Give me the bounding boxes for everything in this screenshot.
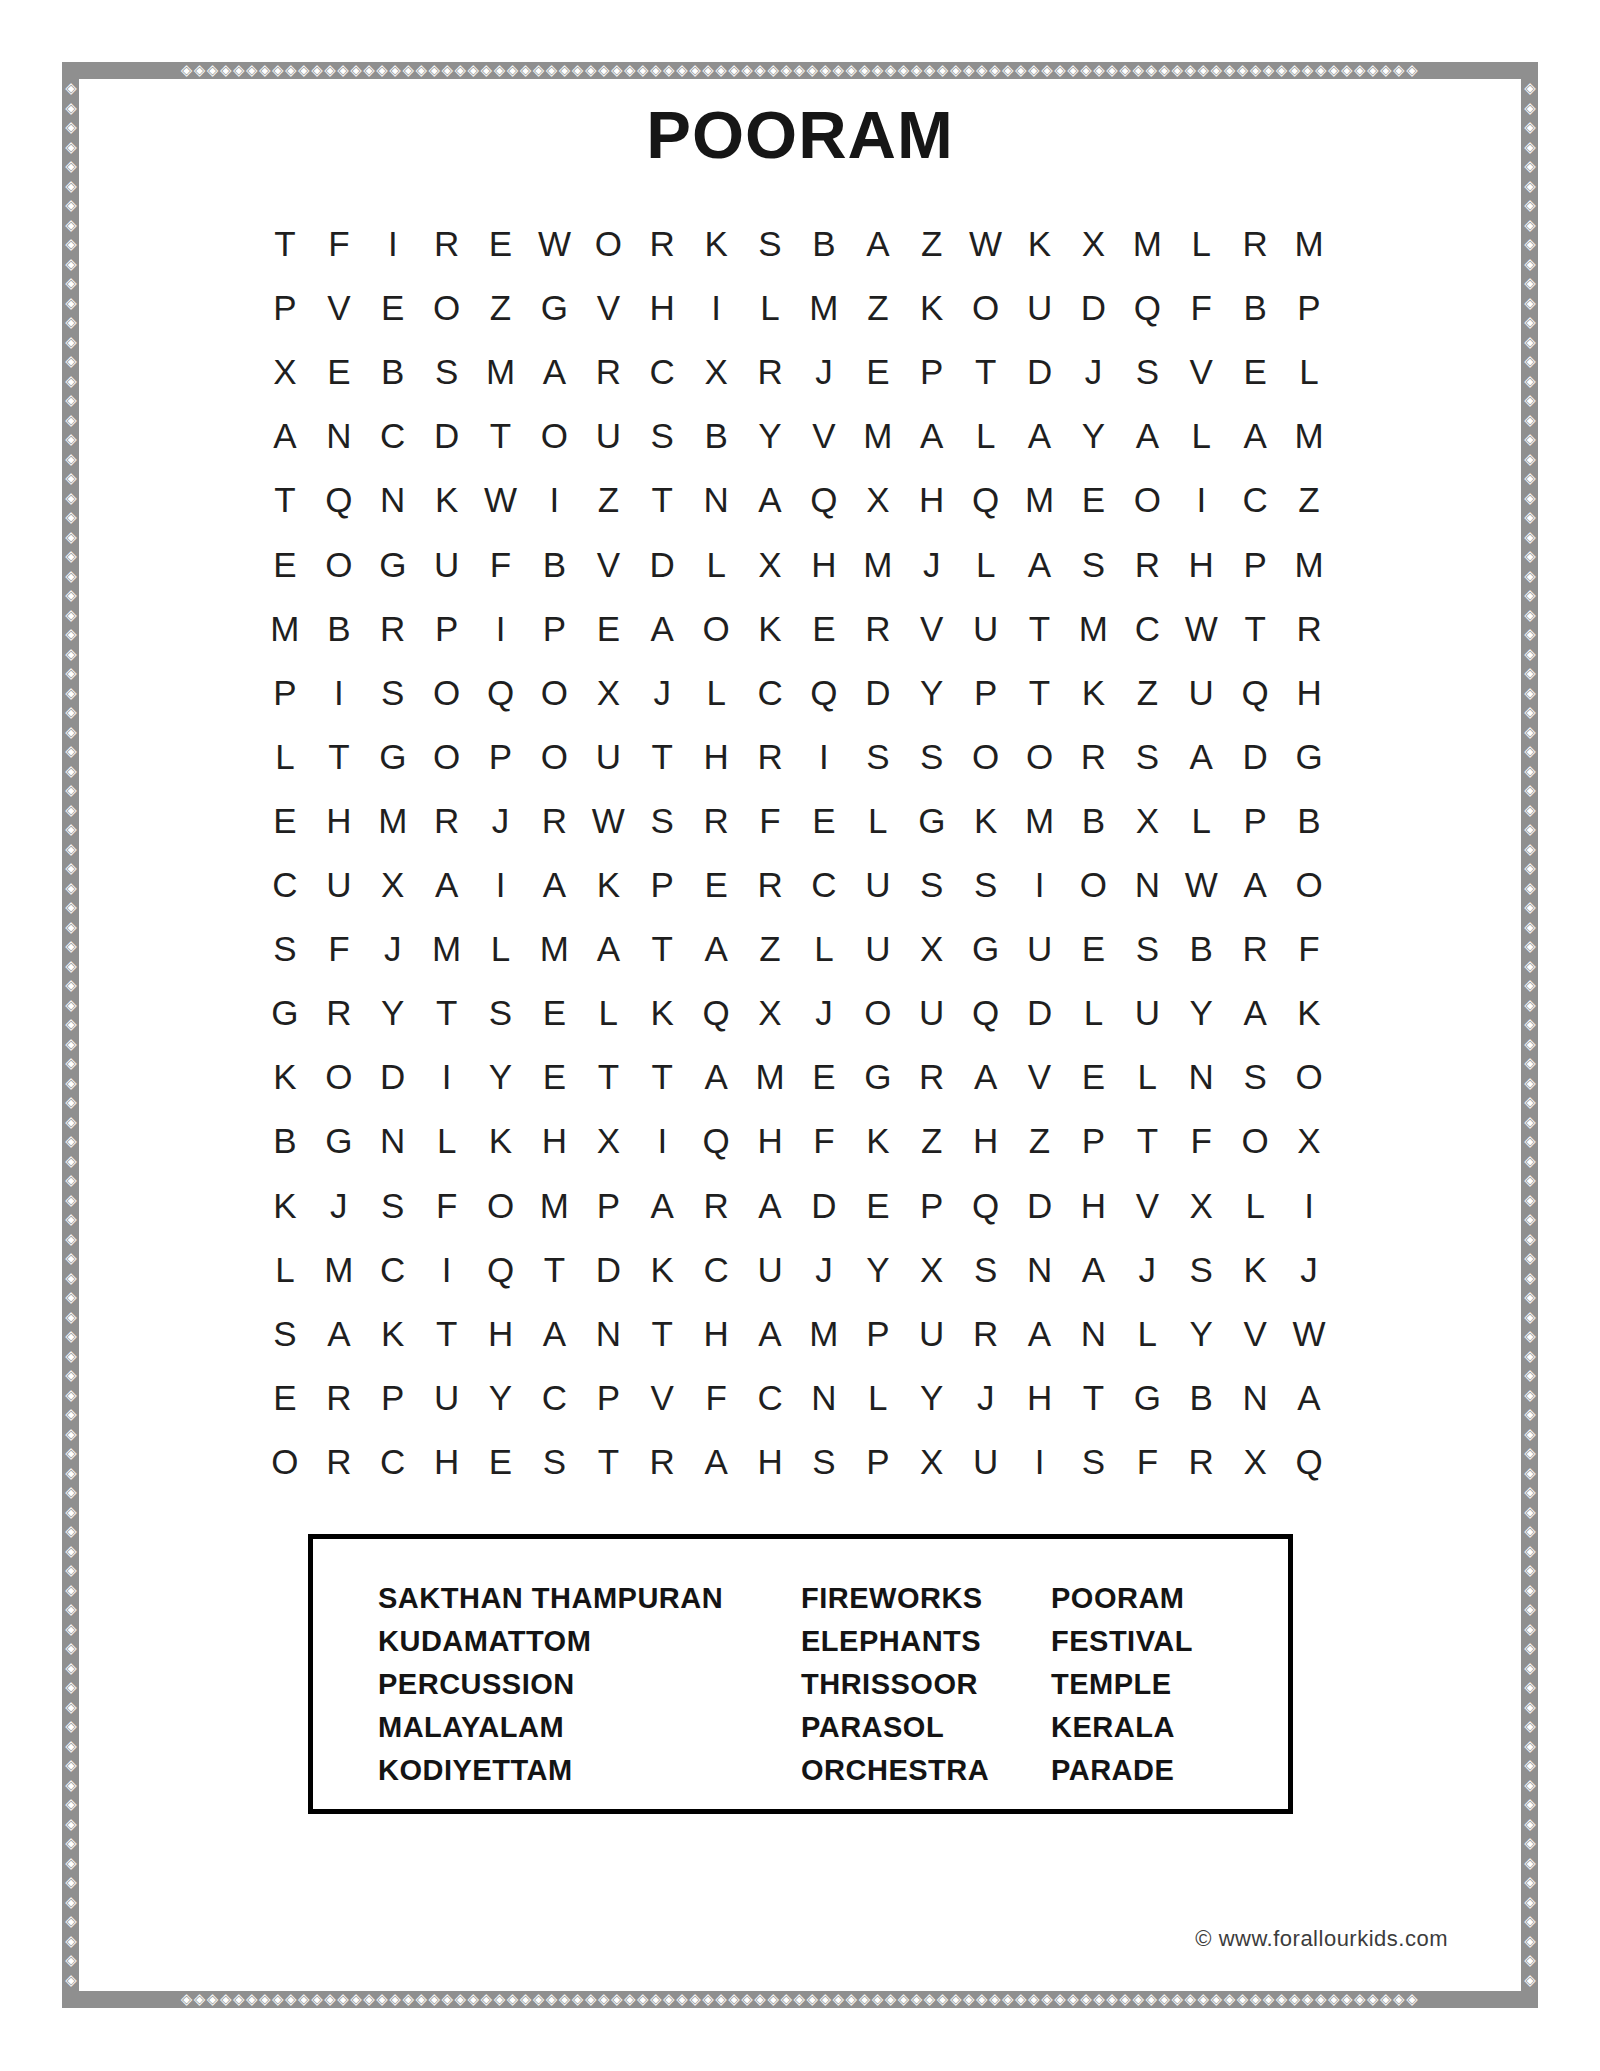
grid-cell[interactable]: Z	[1120, 661, 1174, 725]
grid-cell[interactable]: C	[635, 340, 689, 404]
grid-cell[interactable]: O	[420, 661, 474, 725]
grid-cell[interactable]: I	[1282, 1173, 1336, 1237]
grid-cell[interactable]: H	[1282, 661, 1336, 725]
grid-cell[interactable]: T	[1120, 1109, 1174, 1173]
grid-cell[interactable]: I	[420, 1045, 474, 1109]
grid-cell[interactable]: D	[366, 1045, 420, 1109]
grid-cell[interactable]: M	[1282, 532, 1336, 596]
grid-cell[interactable]: L	[420, 1109, 474, 1173]
grid-cell[interactable]: R	[689, 1173, 743, 1237]
grid-cell[interactable]: R	[366, 597, 420, 661]
grid-cell[interactable]: D	[1228, 725, 1282, 789]
grid-cell[interactable]: B	[797, 212, 851, 276]
word-list-item[interactable]: PARADE	[1051, 1749, 1193, 1792]
grid-cell[interactable]: U	[581, 404, 635, 468]
grid-cell[interactable]: U	[581, 725, 635, 789]
grid-cell[interactable]: T	[581, 1045, 635, 1109]
grid-cell[interactable]: O	[1228, 1109, 1282, 1173]
grid-cell[interactable]: B	[689, 404, 743, 468]
grid-cell[interactable]: E	[474, 212, 528, 276]
grid-cell[interactable]: M	[797, 1302, 851, 1366]
word-list-item[interactable]: POORAM	[1051, 1577, 1193, 1620]
grid-cell[interactable]: N	[1228, 1366, 1282, 1430]
grid-cell[interactable]: V	[1120, 1173, 1174, 1237]
grid-cell[interactable]: U	[1120, 981, 1174, 1045]
grid-cell[interactable]: R	[1174, 1430, 1228, 1494]
grid-cell[interactable]: S	[258, 917, 312, 981]
grid-cell[interactable]: P	[851, 1302, 905, 1366]
grid-cell[interactable]: O	[1067, 853, 1121, 917]
grid-cell[interactable]: S	[797, 1430, 851, 1494]
grid-cell[interactable]: V	[1013, 1045, 1067, 1109]
grid-cell[interactable]: J	[797, 340, 851, 404]
grid-cell[interactable]: S	[635, 404, 689, 468]
grid-cell[interactable]: T	[258, 212, 312, 276]
grid-cell[interactable]: L	[797, 917, 851, 981]
grid-cell[interactable]: M	[1067, 597, 1121, 661]
grid-cell[interactable]: X	[258, 340, 312, 404]
grid-cell[interactable]: M	[1282, 404, 1336, 468]
grid-cell[interactable]: C	[743, 661, 797, 725]
grid-cell[interactable]: U	[959, 1430, 1013, 1494]
grid-cell[interactable]: R	[743, 853, 797, 917]
grid-cell[interactable]: A	[1013, 404, 1067, 468]
grid-cell[interactable]: R	[905, 1045, 959, 1109]
grid-cell[interactable]: Y	[1174, 981, 1228, 1045]
grid-cell[interactable]: G	[959, 917, 1013, 981]
grid-cell[interactable]: M	[528, 917, 582, 981]
grid-cell[interactable]: A	[258, 404, 312, 468]
grid-cell[interactable]: R	[635, 212, 689, 276]
grid-cell[interactable]: L	[851, 1366, 905, 1430]
grid-cell[interactable]: T	[635, 917, 689, 981]
grid-cell[interactable]: O	[1120, 468, 1174, 532]
word-list-item[interactable]: SAKTHAN THAMPURAN	[378, 1577, 723, 1620]
grid-cell[interactable]: M	[743, 1045, 797, 1109]
grid-cell[interactable]: R	[312, 1366, 366, 1430]
grid-cell[interactable]: E	[366, 276, 420, 340]
grid-cell[interactable]: P	[1282, 276, 1336, 340]
grid-cell[interactable]: O	[689, 597, 743, 661]
grid-cell[interactable]: V	[312, 276, 366, 340]
grid-cell[interactable]: K	[581, 853, 635, 917]
grid-cell[interactable]: P	[959, 661, 1013, 725]
grid-cell[interactable]: K	[258, 1045, 312, 1109]
grid-cell[interactable]: A	[1013, 1302, 1067, 1366]
grid-cell[interactable]: M	[1120, 212, 1174, 276]
grid-cell[interactable]: Z	[1013, 1109, 1067, 1173]
grid-cell[interactable]: K	[689, 212, 743, 276]
word-list-item[interactable]: PERCUSSION	[378, 1663, 723, 1706]
grid-cell[interactable]: V	[797, 404, 851, 468]
grid-cell[interactable]: X	[1067, 212, 1121, 276]
grid-cell[interactable]: E	[581, 597, 635, 661]
grid-cell[interactable]: F	[1174, 276, 1228, 340]
grid-cell[interactable]: P	[581, 1366, 635, 1430]
grid-cell[interactable]: A	[851, 212, 905, 276]
grid-cell[interactable]: I	[1013, 1430, 1067, 1494]
grid-cell[interactable]: K	[366, 1302, 420, 1366]
grid-cell[interactable]: A	[528, 853, 582, 917]
grid-cell[interactable]: J	[312, 1173, 366, 1237]
grid-cell[interactable]: J	[1282, 1238, 1336, 1302]
grid-cell[interactable]: I	[1013, 853, 1067, 917]
grid-cell[interactable]: A	[1174, 725, 1228, 789]
grid-cell[interactable]: M	[366, 789, 420, 853]
grid-cell[interactable]: Z	[474, 276, 528, 340]
grid-cell[interactable]: E	[1067, 468, 1121, 532]
grid-cell[interactable]: T	[1067, 1366, 1121, 1430]
grid-cell[interactable]: C	[797, 853, 851, 917]
grid-cell[interactable]: U	[905, 1302, 959, 1366]
grid-cell[interactable]: K	[1013, 212, 1067, 276]
grid-cell[interactable]: A	[1013, 532, 1067, 596]
grid-cell[interactable]: E	[258, 532, 312, 596]
grid-cell[interactable]: S	[1067, 532, 1121, 596]
grid-cell[interactable]: T	[474, 404, 528, 468]
grid-cell[interactable]: J	[1067, 340, 1121, 404]
grid-cell[interactable]: D	[1013, 1173, 1067, 1237]
grid-cell[interactable]: M	[258, 597, 312, 661]
grid-cell[interactable]: T	[420, 1302, 474, 1366]
grid-cell[interactable]: B	[1067, 789, 1121, 853]
grid-cell[interactable]: F	[797, 1109, 851, 1173]
grid-cell[interactable]: O	[1013, 725, 1067, 789]
grid-cell[interactable]: M	[797, 276, 851, 340]
grid-cell[interactable]: I	[312, 661, 366, 725]
grid-cell[interactable]: K	[905, 276, 959, 340]
grid-cell[interactable]: Q	[1282, 1430, 1336, 1494]
grid-cell[interactable]: Q	[959, 1173, 1013, 1237]
grid-cell[interactable]: O	[1282, 853, 1336, 917]
grid-cell[interactable]: W	[528, 212, 582, 276]
grid-cell[interactable]: O	[528, 661, 582, 725]
grid-cell[interactable]: F	[1174, 1109, 1228, 1173]
grid-cell[interactable]: O	[474, 1173, 528, 1237]
word-list-item[interactable]: FESTIVAL	[1051, 1620, 1193, 1663]
grid-cell[interactable]: R	[1067, 725, 1121, 789]
grid-cell[interactable]: W	[959, 212, 1013, 276]
grid-cell[interactable]: A	[905, 404, 959, 468]
word-list-item[interactable]: PARASOL	[801, 1706, 989, 1749]
grid-cell[interactable]: M	[528, 1173, 582, 1237]
grid-cell[interactable]: S	[959, 853, 1013, 917]
grid-cell[interactable]: S	[1120, 725, 1174, 789]
grid-cell[interactable]: O	[528, 725, 582, 789]
grid-cell[interactable]: S	[258, 1302, 312, 1366]
grid-cell[interactable]: O	[312, 532, 366, 596]
grid-cell[interactable]: O	[959, 725, 1013, 789]
grid-cell[interactable]: Z	[905, 212, 959, 276]
grid-cell[interactable]: C	[366, 404, 420, 468]
grid-cell[interactable]: I	[1174, 468, 1228, 532]
grid-cell[interactable]: R	[743, 725, 797, 789]
grid-cell[interactable]: A	[1228, 853, 1282, 917]
grid-cell[interactable]: B	[1228, 276, 1282, 340]
grid-cell[interactable]: J	[1120, 1238, 1174, 1302]
grid-cell[interactable]: P	[258, 276, 312, 340]
grid-cell[interactable]: H	[1067, 1173, 1121, 1237]
grid-cell[interactable]: R	[528, 789, 582, 853]
grid-cell[interactable]: H	[797, 532, 851, 596]
grid-cell[interactable]: O	[581, 212, 635, 276]
grid-cell[interactable]: L	[1120, 1045, 1174, 1109]
grid-cell[interactable]: P	[366, 1366, 420, 1430]
grid-cell[interactable]: Z	[905, 1109, 959, 1173]
grid-cell[interactable]: A	[1228, 404, 1282, 468]
grid-cell[interactable]: F	[1120, 1430, 1174, 1494]
grid-cell[interactable]: Y	[743, 404, 797, 468]
grid-cell[interactable]: X	[905, 1238, 959, 1302]
grid-cell[interactable]: B	[1174, 917, 1228, 981]
grid-cell[interactable]: T	[635, 1302, 689, 1366]
grid-cell[interactable]: G	[905, 789, 959, 853]
grid-cell[interactable]: A	[1228, 981, 1282, 1045]
grid-cell[interactable]: N	[1013, 1238, 1067, 1302]
grid-cell[interactable]: J	[635, 661, 689, 725]
grid-cell[interactable]: Q	[689, 981, 743, 1045]
grid-cell[interactable]: D	[851, 661, 905, 725]
grid-cell[interactable]: E	[528, 1045, 582, 1109]
grid-cell[interactable]: H	[1174, 532, 1228, 596]
grid-cell[interactable]: T	[420, 981, 474, 1045]
grid-cell[interactable]: X	[689, 340, 743, 404]
grid-cell[interactable]: C	[258, 853, 312, 917]
grid-cell[interactable]: U	[851, 853, 905, 917]
grid-cell[interactable]: O	[420, 276, 474, 340]
word-list-item[interactable]: MALAYALAM	[378, 1706, 723, 1749]
grid-cell[interactable]: U	[743, 1238, 797, 1302]
grid-cell[interactable]: U	[851, 917, 905, 981]
grid-cell[interactable]: I	[797, 725, 851, 789]
grid-cell[interactable]: L	[689, 532, 743, 596]
grid-cell[interactable]: L	[1174, 212, 1228, 276]
grid-cell[interactable]: U	[312, 853, 366, 917]
grid-cell[interactable]: F	[1282, 917, 1336, 981]
grid-cell[interactable]: H	[312, 789, 366, 853]
grid-cell[interactable]: I	[474, 597, 528, 661]
grid-cell[interactable]: U	[1013, 276, 1067, 340]
grid-cell[interactable]: H	[1013, 1366, 1067, 1430]
grid-cell[interactable]: V	[581, 532, 635, 596]
grid-cell[interactable]: G	[851, 1045, 905, 1109]
grid-cell[interactable]: M	[312, 1238, 366, 1302]
grid-cell[interactable]: E	[851, 1173, 905, 1237]
grid-cell[interactable]: L	[474, 917, 528, 981]
grid-cell[interactable]: A	[1282, 1366, 1336, 1430]
grid-cell[interactable]: R	[581, 340, 635, 404]
grid-cell[interactable]: H	[689, 725, 743, 789]
grid-cell[interactable]: A	[689, 1045, 743, 1109]
grid-cell[interactable]: S	[474, 981, 528, 1045]
word-list-item[interactable]: ELEPHANTS	[801, 1620, 989, 1663]
grid-cell[interactable]: M	[420, 917, 474, 981]
grid-cell[interactable]: K	[474, 1109, 528, 1173]
grid-cell[interactable]: S	[1174, 1238, 1228, 1302]
grid-cell[interactable]: N	[1067, 1302, 1121, 1366]
word-list-item[interactable]: ORCHESTRA	[801, 1749, 989, 1792]
grid-cell[interactable]: S	[528, 1430, 582, 1494]
grid-cell[interactable]: A	[1067, 1238, 1121, 1302]
grid-cell[interactable]: E	[689, 853, 743, 917]
grid-cell[interactable]: L	[959, 404, 1013, 468]
grid-cell[interactable]: N	[581, 1302, 635, 1366]
grid-cell[interactable]: E	[312, 340, 366, 404]
grid-cell[interactable]: H	[905, 468, 959, 532]
grid-cell[interactable]: A	[635, 1173, 689, 1237]
word-list-item[interactable]: FIREWORKS	[801, 1577, 989, 1620]
grid-cell[interactable]: R	[312, 1430, 366, 1494]
grid-cell[interactable]: E	[797, 597, 851, 661]
grid-cell[interactable]: Z	[581, 468, 635, 532]
grid-cell[interactable]: E	[528, 981, 582, 1045]
grid-cell[interactable]: G	[1120, 1366, 1174, 1430]
grid-cell[interactable]: P	[1228, 789, 1282, 853]
grid-cell[interactable]: R	[1120, 532, 1174, 596]
grid-cell[interactable]: A	[528, 340, 582, 404]
grid-cell[interactable]: B	[366, 340, 420, 404]
grid-cell[interactable]: R	[851, 597, 905, 661]
grid-cell[interactable]: A	[420, 853, 474, 917]
grid-cell[interactable]: P	[420, 597, 474, 661]
grid-cell[interactable]: X	[581, 1109, 635, 1173]
grid-cell[interactable]: U	[1013, 917, 1067, 981]
grid-cell[interactable]: R	[1228, 917, 1282, 981]
grid-cell[interactable]: C	[366, 1430, 420, 1494]
grid-cell[interactable]: Q	[1120, 276, 1174, 340]
grid-cell[interactable]: X	[1120, 789, 1174, 853]
grid-cell[interactable]: U	[420, 1366, 474, 1430]
grid-cell[interactable]: K	[959, 789, 1013, 853]
grid-cell[interactable]: H	[528, 1109, 582, 1173]
grid-cell[interactable]: A	[581, 917, 635, 981]
grid-cell[interactable]: U	[905, 981, 959, 1045]
grid-cell[interactable]: M	[1013, 468, 1067, 532]
grid-cell[interactable]: H	[474, 1302, 528, 1366]
grid-cell[interactable]: T	[635, 468, 689, 532]
grid-cell[interactable]: J	[366, 917, 420, 981]
grid-cell[interactable]: S	[959, 1238, 1013, 1302]
grid-cell[interactable]: U	[959, 597, 1013, 661]
grid-cell[interactable]: B	[1282, 789, 1336, 853]
grid-cell[interactable]: X	[1282, 1109, 1336, 1173]
grid-cell[interactable]: F	[312, 212, 366, 276]
grid-cell[interactable]: D	[581, 1238, 635, 1302]
grid-cell[interactable]: G	[258, 981, 312, 1045]
grid-cell[interactable]: D	[1013, 340, 1067, 404]
grid-cell[interactable]: A	[689, 1430, 743, 1494]
grid-cell[interactable]: T	[528, 1238, 582, 1302]
grid-cell[interactable]: K	[258, 1173, 312, 1237]
grid-cell[interactable]: K	[635, 981, 689, 1045]
grid-cell[interactable]: R	[1282, 597, 1336, 661]
grid-cell[interactable]: X	[743, 981, 797, 1045]
grid-cell[interactable]: Q	[1228, 661, 1282, 725]
grid-cell[interactable]: H	[420, 1430, 474, 1494]
grid-cell[interactable]: A	[1120, 404, 1174, 468]
grid-cell[interactable]: Y	[474, 1045, 528, 1109]
grid-cell[interactable]: K	[420, 468, 474, 532]
grid-cell[interactable]: Y	[1067, 404, 1121, 468]
grid-cell[interactable]: S	[905, 853, 959, 917]
grid-cell[interactable]: E	[1228, 340, 1282, 404]
grid-cell[interactable]: T	[1013, 661, 1067, 725]
grid-cell[interactable]: S	[420, 340, 474, 404]
grid-cell[interactable]: Y	[905, 1366, 959, 1430]
grid-cell[interactable]: P	[905, 340, 959, 404]
word-list-item[interactable]: TEMPLE	[1051, 1663, 1193, 1706]
grid-cell[interactable]: P	[474, 725, 528, 789]
grid-cell[interactable]: J	[905, 532, 959, 596]
grid-cell[interactable]: S	[366, 661, 420, 725]
grid-cell[interactable]: Q	[959, 981, 1013, 1045]
grid-cell[interactable]: H	[689, 1302, 743, 1366]
grid-cell[interactable]: X	[851, 468, 905, 532]
grid-cell[interactable]: S	[905, 725, 959, 789]
grid-cell[interactable]: T	[581, 1430, 635, 1494]
grid-cell[interactable]: D	[635, 532, 689, 596]
grid-cell[interactable]: T	[635, 1045, 689, 1109]
grid-cell[interactable]: A	[959, 1045, 1013, 1109]
grid-cell[interactable]: D	[1067, 276, 1121, 340]
grid-cell[interactable]: C	[743, 1366, 797, 1430]
grid-cell[interactable]: X	[743, 532, 797, 596]
grid-cell[interactable]: R	[1228, 212, 1282, 276]
grid-cell[interactable]: P	[581, 1173, 635, 1237]
grid-cell[interactable]: L	[959, 532, 1013, 596]
grid-cell[interactable]: D	[1013, 981, 1067, 1045]
grid-cell[interactable]: G	[1282, 725, 1336, 789]
grid-cell[interactable]: S	[1120, 917, 1174, 981]
grid-cell[interactable]: F	[474, 532, 528, 596]
grid-cell[interactable]: Q	[959, 468, 1013, 532]
grid-cell[interactable]: W	[1282, 1302, 1336, 1366]
grid-cell[interactable]: D	[797, 1173, 851, 1237]
grid-cell[interactable]: R	[420, 212, 474, 276]
grid-cell[interactable]: Q	[797, 661, 851, 725]
grid-cell[interactable]: J	[959, 1366, 1013, 1430]
grid-cell[interactable]: V	[905, 597, 959, 661]
grid-cell[interactable]: F	[743, 789, 797, 853]
grid-cell[interactable]: C	[366, 1238, 420, 1302]
grid-cell[interactable]: X	[905, 917, 959, 981]
grid-cell[interactable]: V	[581, 276, 635, 340]
grid-cell[interactable]: T	[959, 340, 1013, 404]
grid-cell[interactable]: I	[635, 1109, 689, 1173]
grid-cell[interactable]: A	[312, 1302, 366, 1366]
grid-cell[interactable]: T	[1228, 597, 1282, 661]
grid-cell[interactable]: O	[420, 725, 474, 789]
grid-cell[interactable]: K	[635, 1238, 689, 1302]
grid-cell[interactable]: X	[366, 853, 420, 917]
grid-cell[interactable]: O	[258, 1430, 312, 1494]
grid-cell[interactable]: M	[851, 532, 905, 596]
grid-cell[interactable]: J	[797, 1238, 851, 1302]
grid-cell[interactable]: I	[689, 276, 743, 340]
grid-cell[interactable]: Q	[474, 1238, 528, 1302]
grid-cell[interactable]: C	[1120, 597, 1174, 661]
grid-cell[interactable]: X	[1228, 1430, 1282, 1494]
grid-cell[interactable]: W	[581, 789, 635, 853]
grid-cell[interactable]: H	[743, 1109, 797, 1173]
grid-cell[interactable]: S	[1067, 1430, 1121, 1494]
grid-cell[interactable]: S	[635, 789, 689, 853]
grid-cell[interactable]: U	[420, 532, 474, 596]
grid-cell[interactable]: F	[420, 1173, 474, 1237]
grid-cell[interactable]: R	[420, 789, 474, 853]
grid-cell[interactable]: N	[366, 468, 420, 532]
grid-cell[interactable]: J	[474, 789, 528, 853]
